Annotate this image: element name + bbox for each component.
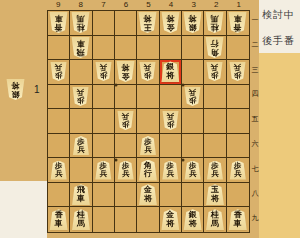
piece-gote-9-3: 歩兵 — [50, 62, 67, 81]
square-4-6[interactable] — [160, 134, 182, 159]
piece-sente-3-9: 銀将 — [183, 209, 202, 230]
piece-gote-2-1: 桂馬 — [205, 12, 224, 33]
square-3-3[interactable] — [182, 60, 204, 85]
gote-hand-piece-銀将[interactable]: 銀将 — [6, 79, 25, 100]
file-label-3: 3 — [182, 1, 205, 9]
piece-gote-6-3: 金将 — [116, 61, 135, 82]
file-labels: 987654321 — [47, 1, 250, 9]
sente-hand-tray — [0, 181, 47, 238]
piece-sente-5-8: 金将 — [138, 184, 157, 205]
status-panel: 検討中 後手番 — [259, 0, 300, 53]
hoshi-dot — [182, 84, 185, 87]
rank-label-4: 四 — [251, 89, 259, 99]
file-label-9: 9 — [47, 1, 70, 9]
piece-gote-5-3: 歩兵 — [139, 62, 156, 81]
square-5-4[interactable] — [137, 85, 159, 110]
piece-sente-5-6: 歩兵 — [139, 136, 156, 155]
piece-sente-2-8: 玉将 — [205, 184, 224, 205]
square-2-2[interactable]: 角行 — [204, 36, 226, 61]
rank-label-1: 一 — [251, 15, 259, 25]
piece-sente-9-7: 歩兵 — [50, 161, 67, 180]
file-label-8: 8 — [70, 1, 93, 9]
square-1-4[interactable] — [227, 85, 249, 110]
square-1-1[interactable]: 香車 — [227, 11, 249, 36]
square-8-6[interactable]: 歩兵 — [70, 134, 92, 159]
file-label-5: 5 — [137, 1, 160, 9]
hoshi-dot — [114, 158, 117, 161]
file-label-2: 2 — [205, 1, 228, 9]
square-1-3[interactable]: 歩兵 — [227, 60, 249, 85]
square-3-1[interactable]: 銀将 — [182, 11, 204, 36]
square-2-4[interactable] — [204, 85, 226, 110]
square-6-4[interactable] — [115, 85, 137, 110]
square-5-3[interactable]: 歩兵 — [137, 60, 159, 85]
square-9-7[interactable]: 歩兵 — [48, 158, 70, 183]
piece-gote-8-1: 桂馬 — [71, 12, 90, 33]
square-9-5[interactable] — [48, 109, 70, 134]
square-8-2[interactable]: 飛車 — [70, 36, 92, 61]
piece-sente-8-6: 歩兵 — [72, 136, 89, 155]
square-5-5[interactable] — [137, 109, 159, 134]
square-9-1[interactable]: 香車 — [48, 11, 70, 36]
gote-hand-tray: 銀将 1 — [6, 76, 46, 102]
piece-sente-2-9: 桂馬 — [205, 209, 224, 230]
hoshi-dot — [114, 84, 117, 87]
file-label-4: 4 — [160, 1, 183, 9]
square-3-2[interactable] — [182, 36, 204, 61]
square-2-5[interactable] — [204, 109, 226, 134]
square-4-7[interactable]: 歩兵 — [160, 158, 182, 183]
file-label-1: 1 — [228, 1, 251, 9]
rank-label-3: 三 — [251, 65, 259, 75]
square-2-6[interactable] — [204, 134, 226, 159]
piece-sente-4-7: 歩兵 — [162, 161, 179, 180]
square-5-2[interactable] — [137, 36, 159, 61]
square-7-1[interactable] — [93, 11, 115, 36]
rank-label-9: 九 — [251, 213, 259, 223]
square-5-7[interactable]: 角行 — [137, 158, 159, 183]
square-6-9[interactable] — [115, 207, 137, 232]
square-3-6[interactable] — [182, 134, 204, 159]
square-3-4[interactable]: 歩兵 — [182, 85, 204, 110]
square-2-1[interactable]: 桂馬 — [204, 11, 226, 36]
square-1-9[interactable]: 香車 — [227, 207, 249, 232]
piece-gote-4-1: 金将 — [161, 12, 180, 33]
piece-gote-3-1: 銀将 — [183, 12, 202, 33]
square-9-9[interactable]: 香車 — [48, 207, 70, 232]
piece-sente-4-3: 銀将 — [161, 61, 180, 82]
gote-hand-count: 1 — [34, 84, 40, 95]
piece-sente-8-9: 桂馬 — [71, 209, 90, 230]
square-8-4[interactable]: 歩兵 — [70, 85, 92, 110]
rank-label-6: 六 — [251, 139, 259, 149]
piece-sente-5-7: 角行 — [138, 160, 157, 181]
status-analyzing-label: 検討中 — [262, 8, 295, 22]
hoshi-dot — [182, 158, 185, 161]
square-8-8[interactable]: 飛車 — [70, 183, 92, 208]
square-2-9[interactable]: 桂馬 — [204, 207, 226, 232]
piece-gote-2-3: 歩兵 — [206, 62, 223, 81]
square-5-6[interactable]: 歩兵 — [137, 134, 159, 159]
square-9-2[interactable] — [48, 36, 70, 61]
square-7-9[interactable] — [93, 207, 115, 232]
piece-gote-2-2: 角行 — [205, 37, 224, 58]
square-7-5[interactable] — [93, 109, 115, 134]
square-1-8[interactable] — [227, 183, 249, 208]
square-4-2[interactable] — [160, 36, 182, 61]
piece-gote-5-1: 王将 — [138, 12, 157, 33]
square-4-5[interactable]: 歩兵 — [160, 109, 182, 134]
square-9-4[interactable] — [48, 85, 70, 110]
square-3-8[interactable] — [182, 183, 204, 208]
piece-gote-1-3: 歩兵 — [229, 62, 246, 81]
square-7-2[interactable] — [93, 36, 115, 61]
square-9-6[interactable] — [48, 134, 70, 159]
square-7-4[interactable] — [93, 85, 115, 110]
rank-label-2: 二 — [251, 40, 259, 50]
piece-gote-8-2: 飛車 — [71, 37, 90, 58]
piece-sente-1-7: 歩兵 — [229, 161, 246, 180]
square-4-4[interactable] — [160, 85, 182, 110]
square-7-6[interactable] — [93, 134, 115, 159]
square-3-5[interactable] — [182, 109, 204, 134]
square-1-5[interactable] — [227, 109, 249, 134]
square-7-8[interactable] — [93, 183, 115, 208]
square-6-3[interactable]: 金将 — [115, 60, 137, 85]
square-7-3[interactable]: 歩兵 — [93, 60, 115, 85]
file-label-7: 7 — [92, 1, 115, 9]
square-9-8[interactable] — [48, 183, 70, 208]
square-4-8[interactable] — [160, 183, 182, 208]
square-4-1[interactable]: 金将 — [160, 11, 182, 36]
square-8-3[interactable] — [70, 60, 92, 85]
square-2-8[interactable]: 玉将 — [204, 183, 226, 208]
piece-gote-1-1: 香車 — [228, 12, 247, 33]
rank-label-5: 五 — [251, 114, 259, 124]
piece-gote-6-5: 歩兵 — [117, 111, 134, 130]
square-6-5[interactable]: 歩兵 — [115, 109, 137, 134]
square-6-2[interactable] — [115, 36, 137, 61]
piece-sente-8-8: 飛車 — [71, 184, 90, 205]
square-8-5[interactable] — [70, 109, 92, 134]
square-4-9[interactable]: 金将 — [160, 207, 182, 232]
file-label-6: 6 — [115, 1, 138, 9]
square-4-3[interactable]: 銀将 — [160, 60, 182, 85]
rank-label-7: 七 — [251, 164, 259, 174]
square-1-7[interactable]: 歩兵 — [227, 158, 249, 183]
piece-gote-7-3: 歩兵 — [95, 62, 112, 81]
piece-gote-4-5: 歩兵 — [162, 111, 179, 130]
square-5-9[interactable] — [137, 207, 159, 232]
piece-sente-6-7: 歩兵 — [117, 161, 134, 180]
square-8-7[interactable] — [70, 158, 92, 183]
square-6-7[interactable]: 歩兵 — [115, 158, 137, 183]
board: 香車桂馬王将金将銀将桂馬香車飛車角行歩兵歩兵金将歩兵銀将歩兵歩兵歩兵歩兵歩兵歩兵… — [47, 10, 250, 233]
right-hand-tray — [259, 53, 300, 238]
piece-sente-2-7: 歩兵 — [206, 161, 223, 180]
square-5-8[interactable]: 金将 — [137, 183, 159, 208]
square-7-7[interactable]: 歩兵 — [93, 158, 115, 183]
piece-sente-9-9: 香車 — [49, 209, 68, 230]
square-8-1[interactable]: 桂馬 — [70, 11, 92, 36]
shogi-app-window: 987654321 香車桂馬王将金将銀将桂馬香車飛車角行歩兵歩兵金将歩兵銀将歩兵… — [0, 0, 300, 238]
square-6-8[interactable] — [115, 183, 137, 208]
piece-sente-7-7: 歩兵 — [95, 161, 112, 180]
square-3-9[interactable]: 銀将 — [182, 207, 204, 232]
rank-label-8: 八 — [251, 188, 259, 198]
piece-sente-3-7: 歩兵 — [184, 161, 201, 180]
square-2-7[interactable]: 歩兵 — [204, 158, 226, 183]
piece-gote-3-4: 歩兵 — [184, 87, 201, 106]
status-turn-label: 後手番 — [262, 34, 295, 48]
square-6-1[interactable] — [115, 11, 137, 36]
piece-sente-4-9: 金将 — [161, 209, 180, 230]
square-8-9[interactable]: 桂馬 — [70, 207, 92, 232]
piece-sente-1-9: 香車 — [228, 209, 247, 230]
square-1-2[interactable] — [227, 36, 249, 61]
square-6-6[interactable] — [115, 134, 137, 159]
square-1-6[interactable] — [227, 134, 249, 159]
square-3-7[interactable]: 歩兵 — [182, 158, 204, 183]
square-2-3[interactable]: 歩兵 — [204, 60, 226, 85]
square-5-1[interactable]: 王将 — [137, 11, 159, 36]
piece-gote-9-1: 香車 — [49, 12, 68, 33]
piece-gote-8-4: 歩兵 — [72, 87, 89, 106]
square-9-3[interactable]: 歩兵 — [48, 60, 70, 85]
